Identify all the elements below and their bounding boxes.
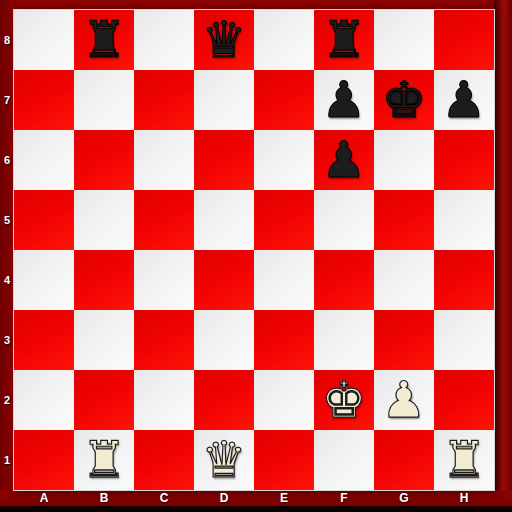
square-a5[interactable] [14, 190, 74, 250]
file-label-f: F [314, 490, 374, 506]
square-g7[interactable]: ♚ [374, 70, 434, 130]
square-g3[interactable] [374, 310, 434, 370]
square-b1[interactable]: ♜ [74, 430, 134, 490]
black-pawn[interactable]: ♟ [322, 130, 367, 190]
square-e6[interactable] [254, 130, 314, 190]
square-f8[interactable]: ♜ [314, 10, 374, 70]
square-a2[interactable] [14, 370, 74, 430]
square-b7[interactable] [74, 70, 134, 130]
square-e8[interactable] [254, 10, 314, 70]
square-h8[interactable] [434, 10, 494, 70]
file-label-d: D [194, 490, 254, 506]
rank-label-5: 5 [0, 190, 14, 250]
file-label-g: G [374, 490, 434, 506]
square-h5[interactable] [434, 190, 494, 250]
square-e3[interactable] [254, 310, 314, 370]
rank-label-2: 2 [0, 370, 14, 430]
square-b8[interactable]: ♜ [74, 10, 134, 70]
square-h3[interactable] [434, 310, 494, 370]
black-pawn[interactable]: ♟ [442, 70, 487, 130]
frame-right [494, 0, 512, 512]
square-f2[interactable]: ♚ [314, 370, 374, 430]
square-e7[interactable] [254, 70, 314, 130]
square-h4[interactable] [434, 250, 494, 310]
square-f1[interactable] [314, 430, 374, 490]
black-rook[interactable]: ♜ [322, 10, 367, 70]
white-rook[interactable]: ♜ [442, 430, 487, 490]
chess-board: ♜♛♜♟♚♟♟♚♟♜♛♜ [14, 10, 494, 490]
square-g5[interactable] [374, 190, 434, 250]
square-a8[interactable] [14, 10, 74, 70]
square-c1[interactable] [134, 430, 194, 490]
square-e4[interactable] [254, 250, 314, 310]
frame-base-strip [0, 506, 512, 512]
square-c7[interactable] [134, 70, 194, 130]
file-label-a: A [14, 490, 74, 506]
square-c6[interactable] [134, 130, 194, 190]
square-d7[interactable] [194, 70, 254, 130]
square-d1[interactable]: ♛ [194, 430, 254, 490]
square-c3[interactable] [134, 310, 194, 370]
rank-label-8: 8 [0, 10, 14, 70]
square-g1[interactable] [374, 430, 434, 490]
square-a4[interactable] [14, 250, 74, 310]
square-f5[interactable] [314, 190, 374, 250]
rank-label-4: 4 [0, 250, 14, 310]
black-rook[interactable]: ♜ [82, 10, 127, 70]
square-h2[interactable] [434, 370, 494, 430]
chess-board-frame: ♜♛♜♟♚♟♟♚♟♜♛♜ 87654321 ABCDEFGH [0, 0, 512, 512]
file-label-b: B [74, 490, 134, 506]
square-a3[interactable] [14, 310, 74, 370]
square-a6[interactable] [14, 130, 74, 190]
white-king[interactable]: ♚ [322, 370, 367, 430]
rank-label-3: 3 [0, 310, 14, 370]
square-g4[interactable] [374, 250, 434, 310]
black-queen[interactable]: ♛ [202, 10, 247, 70]
square-a7[interactable] [14, 70, 74, 130]
square-f3[interactable] [314, 310, 374, 370]
rank-label-1: 1 [0, 430, 14, 490]
square-c5[interactable] [134, 190, 194, 250]
square-b3[interactable] [74, 310, 134, 370]
square-b5[interactable] [74, 190, 134, 250]
square-f7[interactable]: ♟ [314, 70, 374, 130]
square-e5[interactable] [254, 190, 314, 250]
file-label-e: E [254, 490, 314, 506]
square-a1[interactable] [14, 430, 74, 490]
square-b2[interactable] [74, 370, 134, 430]
square-d5[interactable] [194, 190, 254, 250]
frame-top [0, 0, 512, 10]
square-c8[interactable] [134, 10, 194, 70]
square-e2[interactable] [254, 370, 314, 430]
square-h6[interactable] [434, 130, 494, 190]
square-d6[interactable] [194, 130, 254, 190]
square-h1[interactable]: ♜ [434, 430, 494, 490]
black-pawn[interactable]: ♟ [322, 70, 367, 130]
square-g8[interactable] [374, 10, 434, 70]
black-king[interactable]: ♚ [382, 70, 427, 130]
square-c4[interactable] [134, 250, 194, 310]
white-queen[interactable]: ♛ [202, 430, 247, 490]
square-e1[interactable] [254, 430, 314, 490]
square-f6[interactable]: ♟ [314, 130, 374, 190]
square-g2[interactable]: ♟ [374, 370, 434, 430]
square-d8[interactable]: ♛ [194, 10, 254, 70]
rank-label-7: 7 [0, 70, 14, 130]
square-c2[interactable] [134, 370, 194, 430]
square-g6[interactable] [374, 130, 434, 190]
rank-label-6: 6 [0, 130, 14, 190]
square-d3[interactable] [194, 310, 254, 370]
square-f4[interactable] [314, 250, 374, 310]
square-h7[interactable]: ♟ [434, 70, 494, 130]
square-d2[interactable] [194, 370, 254, 430]
square-b4[interactable] [74, 250, 134, 310]
file-label-c: C [134, 490, 194, 506]
square-b6[interactable] [74, 130, 134, 190]
square-d4[interactable] [194, 250, 254, 310]
white-rook[interactable]: ♜ [82, 430, 127, 490]
white-pawn[interactable]: ♟ [382, 370, 427, 430]
file-label-h: H [434, 490, 494, 506]
